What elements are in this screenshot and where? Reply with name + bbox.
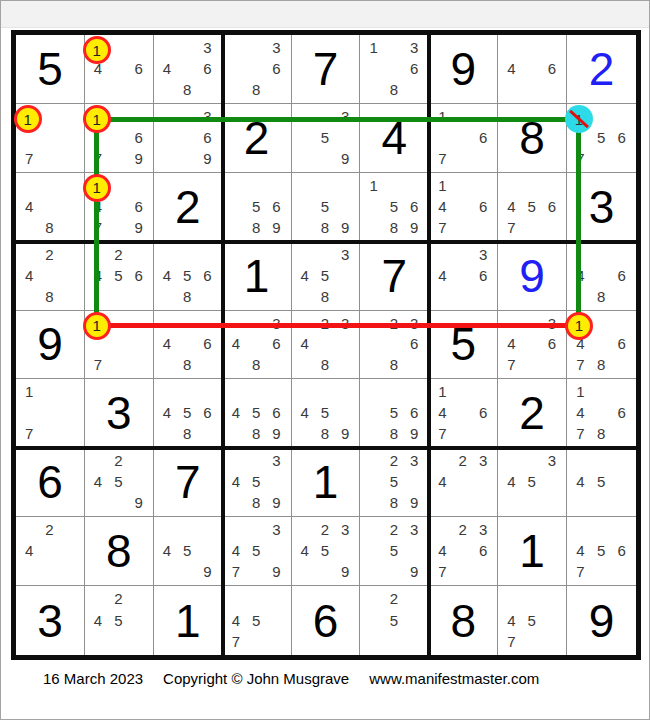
pencil-marks: 248	[19, 244, 80, 307]
pencil-mark-slot	[473, 492, 493, 513]
pencil-mark-slot: 8	[39, 217, 59, 238]
pencil-mark-slot	[591, 492, 612, 513]
cell-r5c3[interactable]: 468	[154, 311, 223, 380]
given-digit: 9	[567, 586, 636, 655]
cell-r5c7[interactable]: 5	[429, 311, 498, 380]
pencil-mark-slot	[611, 286, 632, 307]
pencil-mark-slot	[522, 450, 542, 471]
cell-r8c1[interactable]: 24	[16, 517, 85, 586]
pencil-mark-slot	[335, 334, 355, 355]
cell-r3c6[interactable]: 15689	[360, 173, 429, 242]
pencil-mark-slot: 6	[128, 265, 148, 286]
pencil-mark-slot	[19, 217, 39, 238]
pencil-mark-slot	[384, 381, 404, 402]
pencil-mark-slot: 7	[570, 354, 591, 375]
pencil-marks: 457	[226, 588, 287, 652]
pencil-mark-slot: 8	[384, 492, 404, 513]
pencil-mark-slot	[591, 313, 612, 334]
pencil-mark-slot	[542, 631, 562, 652]
cell-r4c7[interactable]: 346	[429, 242, 498, 311]
cell-r8c5[interactable]: 23459	[292, 517, 361, 586]
page: 5146346836871368946217167936923594167815…	[0, 0, 650, 720]
pencil-mark-slot	[591, 148, 612, 169]
pencil-mark-slot	[197, 381, 217, 402]
cell-r2c8[interactable]: 8	[498, 104, 567, 173]
pencil-mark-slot	[295, 175, 315, 196]
given-digit: 6	[16, 448, 84, 516]
cell-r6c3[interactable]: 4568	[154, 379, 223, 448]
pencil-mark-slot: 4	[432, 196, 452, 217]
pencil-mark-slot: 8	[591, 423, 612, 444]
cell-r7c3[interactable]: 7	[154, 448, 223, 517]
pencil-mark-slot: 8	[246, 492, 266, 513]
pencil-marks: 369	[157, 106, 218, 169]
pencil-marks: 468	[157, 313, 218, 376]
pencil-mark-slot: 5	[591, 471, 612, 492]
pencil-mark-slot	[266, 175, 286, 196]
cell-r6c1[interactable]: 17	[16, 379, 85, 448]
cell-r7c4[interactable]: 34589	[223, 448, 292, 517]
cell-r1c6[interactable]: 1368	[360, 35, 429, 104]
chain-node-circle: 1	[83, 312, 111, 340]
pencil-mark-slot	[522, 58, 542, 79]
pencil-mark-slot	[128, 37, 148, 58]
pencil-mark-slot: 6	[128, 58, 148, 79]
pencil-mark-slot: 8	[177, 423, 197, 444]
cell-r4c6[interactable]: 7	[360, 242, 429, 311]
cell-r7c6[interactable]: 23589	[360, 448, 429, 517]
pencil-mark-slot: 4	[570, 540, 591, 561]
cell-r8c8[interactable]: 1	[498, 517, 567, 586]
pencil-mark-slot	[453, 540, 473, 561]
pencil-mark-slot	[473, 175, 493, 196]
pencil-mark-slot	[246, 175, 266, 196]
pencil-marks: 5689	[226, 175, 287, 238]
pencil-mark-slot	[315, 244, 335, 265]
pencil-mark-slot	[295, 381, 315, 402]
cell-r4c5[interactable]: 3458	[292, 242, 361, 311]
pencil-mark-slot: 9	[128, 217, 148, 238]
cell-r7c7[interactable]: 234	[429, 448, 498, 517]
pencil-mark-slot: 5	[177, 402, 197, 423]
cell-r8c6[interactable]: 2359	[360, 517, 429, 586]
pencil-mark-slot	[266, 609, 286, 630]
pencil-mark-slot: 4	[157, 540, 177, 561]
cell-r9c9[interactable]: 9	[567, 586, 636, 655]
pencil-mark-slot	[363, 588, 383, 609]
pencil-mark-slot	[157, 244, 177, 265]
pencil-mark-slot: 6	[473, 127, 493, 148]
chain-node-circle: 1	[14, 105, 42, 133]
cell-r3c5[interactable]: 589	[292, 173, 361, 242]
given-digit: 5	[16, 35, 84, 103]
cell-grid: 5146346836871368946217167936923594167815…	[16, 35, 636, 655]
pencil-mark-slot	[226, 196, 246, 217]
cell-r9c8[interactable]: 457	[498, 586, 567, 655]
pencil-mark-slot	[60, 244, 80, 265]
cell-r9c1[interactable]: 3	[16, 586, 85, 655]
pencil-mark-slot	[60, 423, 80, 444]
cell-r8c9[interactable]: 4567	[567, 517, 636, 586]
pencil-mark-slot	[432, 450, 452, 471]
cell-r9c4[interactable]: 457	[223, 586, 292, 655]
pencil-mark-slot	[611, 423, 632, 444]
pencil-mark-slot	[473, 471, 493, 492]
pencil-mark-slot	[226, 423, 246, 444]
cell-r4c1[interactable]: 248	[16, 242, 85, 311]
pencil-marks: 2459	[88, 450, 149, 513]
pencil-mark-slot	[363, 381, 383, 402]
pencil-mark-slot: 4	[226, 334, 246, 355]
pencil-mark-slot	[335, 381, 355, 402]
pencil-mark-slot	[522, 217, 542, 238]
pencil-mark-slot: 4	[226, 609, 246, 630]
cell-r8c3[interactable]: 459	[154, 517, 223, 586]
footer: 16 March 2023Copyright © John Musgraveww…	[43, 670, 559, 687]
pencil-mark-slot	[295, 148, 315, 169]
elimination-circle: 1	[565, 105, 593, 133]
pencil-mark-slot	[384, 334, 404, 355]
pencil-mark-slot	[501, 492, 521, 513]
pencil-mark-slot	[542, 492, 562, 513]
pencil-mark-slot: 4	[295, 265, 315, 286]
pencil-mark-slot: 6	[473, 402, 493, 423]
pencil-mark-slot	[226, 381, 246, 402]
pencil-mark-slot: 2	[108, 588, 128, 609]
given-digit: 7	[292, 35, 360, 103]
pencil-mark-slot	[404, 471, 424, 492]
pencil-mark-slot: 6	[473, 196, 493, 217]
pencil-mark-slot: 3	[335, 519, 355, 540]
pencil-mark-slot	[453, 423, 473, 444]
cell-r9c7[interactable]: 8	[429, 586, 498, 655]
pencil-mark-slot: 5	[522, 609, 542, 630]
pencil-mark-slot	[522, 334, 542, 355]
given-digit: 7	[154, 448, 222, 516]
pencil-mark-slot: 3	[473, 244, 493, 265]
pencil-mark-slot	[226, 450, 246, 471]
pencil-mark-slot	[473, 148, 493, 169]
pencil-mark-slot	[108, 354, 128, 375]
cell-r6c9[interactable]: 14678	[567, 379, 636, 448]
given-digit: 1	[154, 586, 222, 655]
pencil-mark-slot	[384, 561, 404, 582]
cell-r9c2[interactable]: 245	[85, 586, 154, 655]
cell-r5c5[interactable]: 2348	[292, 311, 361, 380]
pencil-mark-slot	[363, 402, 383, 423]
pencil-mark-slot	[315, 148, 335, 169]
pencil-mark-slot: 7	[432, 148, 452, 169]
pencil-mark-slot	[128, 244, 148, 265]
pencil-mark-slot	[591, 334, 612, 355]
pencil-mark-slot: 6	[266, 196, 286, 217]
pencil-mark-slot	[19, 244, 39, 265]
cell-r2c5[interactable]: 359	[292, 104, 361, 173]
pencil-marks: 17	[19, 381, 80, 444]
pencil-mark-slot: 8	[246, 217, 266, 238]
pencil-mark-slot: 7	[88, 354, 108, 375]
cell-r2c4[interactable]: 2	[223, 104, 292, 173]
cell-r1c4[interactable]: 368	[223, 35, 292, 104]
pencil-mark-slot	[246, 58, 266, 79]
pencil-mark-slot	[335, 402, 355, 423]
cell-r5c8[interactable]: 3467	[498, 311, 567, 380]
pencil-mark-slot: 7	[226, 631, 246, 652]
pencil-mark-slot: 3	[266, 519, 286, 540]
cell-r4c4[interactable]: 1	[223, 242, 292, 311]
pencil-mark-slot	[570, 450, 591, 471]
cell-r7c9[interactable]: 45	[567, 448, 636, 517]
pencil-mark-slot: 8	[315, 354, 335, 375]
pencil-mark-slot: 1	[432, 381, 452, 402]
pencil-mark-slot: 5	[591, 127, 612, 148]
pencil-mark-slot: 4	[570, 471, 591, 492]
cell-r2c7[interactable]: 167	[429, 104, 498, 173]
pencil-mark-slot: 3	[197, 37, 217, 58]
cell-r4c3[interactable]: 4568	[154, 242, 223, 311]
pencil-mark-slot: 2	[315, 519, 335, 540]
pencil-mark-slot: 2	[108, 244, 128, 265]
pencil-mark-slot	[88, 492, 108, 513]
pencil-mark-slot: 4	[501, 196, 521, 217]
pencil-mark-slot	[295, 423, 315, 444]
pencil-mark-slot: 8	[177, 79, 197, 100]
pencil-mark-slot	[19, 175, 39, 196]
pencil-mark-slot	[363, 631, 383, 652]
pencil-mark-slot: 8	[315, 423, 335, 444]
cell-r8c7[interactable]: 23467	[429, 517, 498, 586]
top-bar	[1, 1, 649, 28]
cell-r9c3[interactable]: 1	[154, 586, 223, 655]
cell-r7c2[interactable]: 2459	[85, 448, 154, 517]
cell-r5c4[interactable]: 3468	[223, 311, 292, 380]
pencil-mark-slot	[177, 148, 197, 169]
pencil-mark-slot	[295, 519, 315, 540]
cell-r1c7[interactable]: 9	[429, 35, 498, 104]
pencil-mark-slot	[363, 196, 383, 217]
cell-r5c1[interactable]: 9	[16, 311, 85, 380]
pencil-marks: 4567	[501, 175, 562, 238]
pencil-mark-slot: 7	[19, 423, 39, 444]
pencil-mark-slot	[246, 334, 266, 355]
pencil-mark-slot	[266, 540, 286, 561]
pencil-mark-slot	[363, 354, 383, 375]
pencil-mark-slot	[315, 381, 335, 402]
pencil-marks: 368	[226, 37, 287, 100]
pencil-mark-slot: 6	[611, 334, 632, 355]
pencil-mark-slot	[611, 561, 632, 582]
pencil-mark-slot	[363, 471, 383, 492]
cell-r2c3[interactable]: 369	[154, 104, 223, 173]
pencil-mark-slot: 4	[157, 402, 177, 423]
pencil-mark-slot	[108, 334, 128, 355]
pencil-mark-slot	[453, 244, 473, 265]
pencil-mark-slot: 5	[315, 196, 335, 217]
cell-r7c8[interactable]: 345	[498, 448, 567, 517]
pencil-mark-slot	[295, 244, 315, 265]
cell-r8c4[interactable]: 34579	[223, 517, 292, 586]
solved-digit: 2	[567, 35, 636, 103]
pencil-mark-slot	[60, 286, 80, 307]
cell-r7c1[interactable]: 6	[16, 448, 85, 517]
pencil-mark-slot	[60, 519, 80, 540]
cell-r4c8[interactable]: 9	[498, 242, 567, 311]
cell-r6c6[interactable]: 5689	[360, 379, 429, 448]
given-digit: 9	[16, 311, 84, 379]
pencil-mark-slot: 4	[432, 402, 452, 423]
pencil-mark-slot: 4	[432, 265, 452, 286]
pencil-mark-slot: 8	[315, 217, 335, 238]
pencil-mark-slot: 4	[570, 402, 591, 423]
box-divider-vertical-2	[427, 35, 431, 655]
pencil-mark-slot: 2	[384, 588, 404, 609]
pencil-mark-slot	[39, 561, 59, 582]
chain-link-green	[94, 119, 99, 326]
pencil-mark-slot	[226, 354, 246, 375]
pencil-mark-slot: 9	[266, 217, 286, 238]
pencil-mark-slot	[591, 402, 612, 423]
pencil-mark-slot	[108, 631, 128, 652]
pencil-mark-slot	[108, 127, 128, 148]
cell-r9c5[interactable]: 6	[292, 586, 361, 655]
cell-r3c1[interactable]: 48	[16, 173, 85, 242]
pencil-mark-slot: 9	[197, 148, 217, 169]
pencil-mark-slot	[404, 175, 424, 196]
pencil-mark-slot: 6	[542, 58, 562, 79]
pencil-marks: 2359	[363, 519, 424, 582]
pencil-mark-slot	[335, 196, 355, 217]
pencil-mark-slot	[453, 217, 473, 238]
pencil-mark-slot	[295, 217, 315, 238]
cell-r7c5[interactable]: 1	[292, 448, 361, 517]
pencil-mark-slot	[501, 37, 521, 58]
pencil-mark-slot	[157, 561, 177, 582]
pencil-mark-slot: 5	[315, 402, 335, 423]
pencil-mark-slot	[591, 265, 612, 286]
pencil-mark-slot	[542, 354, 562, 375]
pencil-mark-slot: 6	[266, 334, 286, 355]
pencil-mark-slot	[128, 354, 148, 375]
pencil-marks: 24	[19, 519, 80, 582]
pencil-mark-slot	[542, 79, 562, 100]
elimination-slash	[569, 110, 589, 128]
pencil-mark-slot: 6	[611, 540, 632, 561]
pencil-mark-slot	[157, 148, 177, 169]
pencil-mark-slot	[157, 519, 177, 540]
pencil-mark-slot	[60, 402, 80, 423]
pencil-mark-slot: 9	[335, 561, 355, 582]
pencil-mark-slot	[60, 106, 80, 127]
cell-r3c8[interactable]: 4567	[498, 173, 567, 242]
footer-date: 16 March 2023	[43, 670, 143, 687]
pencil-mark-slot: 9	[335, 217, 355, 238]
pencil-marks: 234	[432, 450, 493, 513]
pencil-mark-slot: 4	[226, 540, 246, 561]
pencil-mark-slot	[246, 588, 266, 609]
pencil-mark-slot: 4	[226, 471, 246, 492]
pencil-marks: 4568	[157, 381, 218, 444]
cell-r1c3[interactable]: 3468	[154, 35, 223, 104]
pencil-mark-slot: 8	[384, 79, 404, 100]
pencil-mark-slot	[453, 175, 473, 196]
cell-r6c2[interactable]: 3	[85, 379, 154, 448]
pencil-mark-slot: 5	[384, 402, 404, 423]
pencil-mark-slot: 6	[266, 58, 286, 79]
pencil-mark-slot	[432, 127, 452, 148]
pencil-mark-slot	[404, 631, 424, 652]
pencil-marks: 3458	[295, 244, 356, 307]
cell-r6c7[interactable]: 1467	[429, 379, 498, 448]
given-digit: 3	[16, 586, 84, 655]
pencil-mark-slot: 4	[157, 58, 177, 79]
pencil-mark-slot	[19, 519, 39, 540]
cell-r3c7[interactable]: 1467	[429, 173, 498, 242]
cell-r5c6[interactable]: 2368	[360, 311, 429, 380]
pencil-mark-slot	[246, 37, 266, 58]
pencil-mark-slot: 6	[473, 265, 493, 286]
pencil-mark-slot: 9	[404, 492, 424, 513]
pencil-mark-slot	[157, 37, 177, 58]
cell-r6c5[interactable]: 4589	[292, 379, 361, 448]
pencil-mark-slot	[363, 79, 383, 100]
pencil-mark-slot	[542, 588, 562, 609]
pencil-mark-slot	[432, 492, 452, 513]
pencil-mark-slot: 3	[473, 450, 493, 471]
cell-r6c8[interactable]: 2	[498, 379, 567, 448]
pencil-mark-slot	[39, 402, 59, 423]
pencil-mark-slot	[432, 286, 452, 307]
pencil-mark-slot: 1	[363, 37, 383, 58]
pencil-mark-slot: 6	[197, 58, 217, 79]
pencil-mark-slot	[197, 244, 217, 265]
given-digit: 5	[429, 311, 497, 379]
pencil-mark-slot: 3	[335, 244, 355, 265]
pencil-mark-slot	[197, 540, 217, 561]
pencil-mark-slot: 7	[501, 354, 521, 375]
cell-r1c5[interactable]: 7	[292, 35, 361, 104]
chain-node-circle: 1	[83, 105, 111, 133]
pencil-mark-slot	[363, 450, 383, 471]
pencil-mark-slot	[315, 334, 335, 355]
pencil-marks: 15689	[363, 175, 424, 238]
pencil-mark-slot	[611, 313, 632, 334]
pencil-mark-slot: 6	[197, 334, 217, 355]
cell-r9c6[interactable]: 25	[360, 586, 429, 655]
pencil-marks: 457	[501, 588, 562, 652]
pencil-mark-slot	[335, 265, 355, 286]
pencil-marks: 48	[19, 175, 80, 238]
pencil-marks: 1467	[432, 381, 493, 444]
pencil-mark-slot	[501, 450, 521, 471]
cell-r3c4[interactable]: 5689	[223, 173, 292, 242]
pencil-mark-slot	[611, 519, 632, 540]
cell-r1c1[interactable]: 5	[16, 35, 85, 104]
cell-r1c8[interactable]: 46	[498, 35, 567, 104]
pencil-mark-slot	[246, 519, 266, 540]
pencil-mark-slot	[157, 354, 177, 375]
cell-r8c2[interactable]: 8	[85, 517, 154, 586]
pencil-mark-slot	[501, 79, 521, 100]
cell-r2c6[interactable]: 4	[360, 104, 429, 173]
pencil-mark-slot	[60, 561, 80, 582]
cell-r3c3[interactable]: 2	[154, 173, 223, 242]
pencil-mark-slot: 1	[19, 381, 39, 402]
pencil-mark-slot	[473, 286, 493, 307]
cell-r1c9[interactable]: 2	[567, 35, 636, 104]
pencil-mark-slot	[295, 127, 315, 148]
pencil-marks: 346	[432, 244, 493, 307]
cell-r6c4[interactable]: 45689	[223, 379, 292, 448]
